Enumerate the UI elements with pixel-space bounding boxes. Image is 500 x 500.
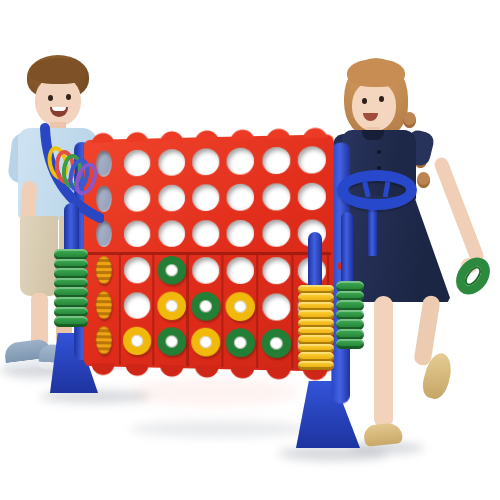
yellow-disc <box>95 256 111 284</box>
connect-four-board <box>84 134 334 371</box>
board-cell-r5c1 <box>92 291 116 319</box>
green-disc <box>261 329 291 359</box>
board-cell-r4c3 <box>157 256 186 285</box>
board-cell-r1c6 <box>262 146 290 174</box>
yellow-disc <box>191 328 220 357</box>
empty-hole <box>158 149 185 176</box>
yellow-disc <box>123 327 151 356</box>
hoop-spoke <box>362 182 370 198</box>
board-cell-r2c7 <box>298 183 326 210</box>
board-cell-r2c5 <box>227 184 254 211</box>
product-photo-scene <box>0 0 500 500</box>
board-cell-r1c4 <box>192 148 219 175</box>
board-cell-r5c4 <box>191 292 220 321</box>
board-cell-r6c5 <box>226 328 255 357</box>
green-toss-ring <box>336 329 364 340</box>
empty-hole <box>262 220 290 247</box>
board-cell-r6c3 <box>157 327 186 356</box>
empty-hole <box>124 257 150 283</box>
giant-connect-four-unit <box>0 0 500 500</box>
empty-hole <box>262 293 290 320</box>
green-disc <box>191 292 220 321</box>
board-cell-r3c4 <box>192 220 219 247</box>
board-cell-r4c5 <box>227 257 254 284</box>
empty-hole <box>262 257 290 284</box>
board-cell-r3c1 <box>91 221 117 247</box>
empty-hole <box>124 292 150 319</box>
green-disc <box>157 256 186 285</box>
board-cell-r1c3 <box>158 149 185 176</box>
board-cell-r4c4 <box>192 257 219 284</box>
empty-hole <box>192 184 219 211</box>
empty-hole <box>298 183 326 210</box>
board-cell-r5c2 <box>124 292 150 319</box>
board-cell-r2c6 <box>262 183 290 210</box>
board-cell-r3c3 <box>158 221 185 248</box>
hoop-post <box>368 202 377 256</box>
empty-hole <box>96 221 112 247</box>
yellow-disc <box>95 326 111 354</box>
board-cell-r5c3 <box>157 292 186 321</box>
empty-hole <box>262 183 290 210</box>
board-cell-r4c1 <box>92 256 116 284</box>
board-cell-r3c5 <box>227 220 254 247</box>
empty-hole <box>262 146 290 174</box>
green-disc <box>226 328 255 357</box>
yellow-disc <box>95 291 111 319</box>
green-toss-ring <box>54 316 88 327</box>
board-cell-r1c2 <box>124 149 150 176</box>
board-cell-r4c6 <box>262 257 290 284</box>
board-cell-r4c2 <box>124 257 150 283</box>
empty-hole <box>124 149 150 176</box>
board-cell-r3c6 <box>262 220 290 247</box>
hoop-spoke <box>383 182 391 198</box>
right-front-ring-post <box>308 232 322 292</box>
right-green-ring-stack <box>336 282 364 349</box>
board-cell-r5c5 <box>226 292 255 321</box>
board-cell-r2c3 <box>158 185 185 212</box>
left-green-ring-stack <box>54 250 88 327</box>
yellow-disc <box>157 292 186 321</box>
empty-hole <box>227 184 254 211</box>
empty-hole <box>227 220 254 247</box>
empty-hole <box>227 147 254 174</box>
green-toss-ring <box>54 297 88 308</box>
empty-hole <box>192 257 219 284</box>
board-cell-r6c2 <box>123 327 151 356</box>
board-cell-r3c2 <box>124 221 150 247</box>
empty-hole <box>124 221 150 247</box>
board-cell-r1c7 <box>298 146 326 174</box>
right-rear-ring-post <box>341 212 353 288</box>
board-cell-r5c6 <box>262 293 290 320</box>
yellow-disc <box>226 292 255 321</box>
blue-ring-toss-hoop <box>337 170 417 210</box>
empty-hole <box>227 257 254 284</box>
board-cell-r2c2 <box>124 185 150 212</box>
empty-hole <box>298 146 326 174</box>
empty-hole <box>158 185 185 212</box>
empty-hole <box>192 148 219 175</box>
empty-hole <box>124 185 150 212</box>
board-cell-r1c5 <box>227 147 254 174</box>
board-grid <box>87 141 330 363</box>
board-cell-r6c1 <box>92 326 116 355</box>
yellow-toss-ring <box>298 361 334 370</box>
green-toss-ring <box>336 339 364 350</box>
right-yellow-ring-stack <box>298 286 334 370</box>
front-right-leg <box>296 381 360 448</box>
board-frame <box>84 134 334 371</box>
hanging-thin-rings <box>48 140 104 212</box>
board-cell-r6c4 <box>191 328 220 357</box>
empty-hole <box>192 220 219 247</box>
green-disc <box>157 327 186 356</box>
board-cell-r6c6 <box>261 329 291 359</box>
empty-hole <box>158 221 185 248</box>
board-cell-r2c4 <box>192 184 219 211</box>
